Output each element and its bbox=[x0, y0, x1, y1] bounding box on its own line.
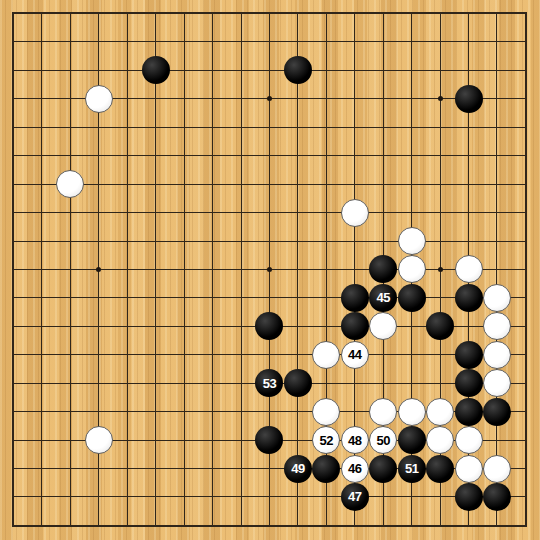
grid-line-horizontal bbox=[13, 297, 526, 298]
stone-black[interactable] bbox=[341, 284, 369, 312]
stone-white[interactable] bbox=[455, 426, 483, 454]
stone-white[interactable] bbox=[483, 284, 511, 312]
stone-white[interactable] bbox=[398, 227, 426, 255]
stone-black[interactable] bbox=[284, 369, 312, 397]
stone-black[interactable] bbox=[369, 455, 397, 483]
grid-line-vertical bbox=[525, 13, 526, 526]
stone-black[interactable] bbox=[455, 341, 483, 369]
star-point bbox=[267, 96, 272, 101]
stone-black[interactable] bbox=[312, 455, 340, 483]
move-number-label: 52 bbox=[320, 433, 333, 448]
stone-white[interactable] bbox=[426, 398, 454, 426]
grid-line-horizontal bbox=[13, 496, 526, 497]
stone-black[interactable] bbox=[455, 369, 483, 397]
grid-line-horizontal bbox=[13, 525, 526, 526]
stone-black[interactable] bbox=[483, 398, 511, 426]
move-number-label: 47 bbox=[348, 489, 361, 504]
stone-white[interactable] bbox=[426, 426, 454, 454]
star-point bbox=[267, 267, 272, 272]
stone-black[interactable] bbox=[455, 284, 483, 312]
move-number-label: 53 bbox=[263, 376, 276, 391]
go-board[interactable]: 45445352485049465147 bbox=[0, 0, 540, 540]
star-point bbox=[438, 267, 443, 272]
stone-black-move-45[interactable]: 45 bbox=[369, 284, 397, 312]
move-number-label: 46 bbox=[348, 461, 361, 476]
stone-white-move-52[interactable]: 52 bbox=[312, 426, 340, 454]
stone-white[interactable] bbox=[483, 369, 511, 397]
stone-black[interactable] bbox=[455, 483, 483, 511]
stone-black[interactable] bbox=[255, 312, 283, 340]
move-number-label: 50 bbox=[376, 433, 389, 448]
grid-line-vertical bbox=[297, 13, 298, 526]
stone-white[interactable] bbox=[85, 426, 113, 454]
stone-black-move-49[interactable]: 49 bbox=[284, 455, 312, 483]
stone-white[interactable] bbox=[341, 199, 369, 227]
stone-white[interactable] bbox=[369, 312, 397, 340]
grid-line-horizontal bbox=[13, 354, 526, 355]
stone-white[interactable] bbox=[312, 398, 340, 426]
star-point bbox=[438, 96, 443, 101]
stone-black[interactable] bbox=[426, 312, 454, 340]
move-number-label: 48 bbox=[348, 433, 361, 448]
stone-white[interactable] bbox=[455, 455, 483, 483]
stone-white[interactable] bbox=[312, 341, 340, 369]
move-number-label: 44 bbox=[348, 347, 361, 362]
stone-white[interactable] bbox=[398, 398, 426, 426]
stone-white-move-48[interactable]: 48 bbox=[341, 426, 369, 454]
move-number-label: 49 bbox=[291, 461, 304, 476]
stone-white[interactable] bbox=[483, 312, 511, 340]
star-point bbox=[96, 267, 101, 272]
stone-black[interactable] bbox=[369, 255, 397, 283]
stone-black[interactable] bbox=[142, 56, 170, 84]
stone-white[interactable] bbox=[398, 255, 426, 283]
move-number-label: 45 bbox=[376, 290, 389, 305]
stone-black[interactable] bbox=[398, 284, 426, 312]
stone-black-move-47[interactable]: 47 bbox=[341, 483, 369, 511]
stone-black[interactable] bbox=[426, 455, 454, 483]
stone-white-move-46[interactable]: 46 bbox=[341, 455, 369, 483]
move-number-label: 51 bbox=[405, 461, 418, 476]
stone-white[interactable] bbox=[483, 455, 511, 483]
stone-white[interactable] bbox=[455, 255, 483, 283]
stone-black[interactable] bbox=[284, 56, 312, 84]
stone-black-move-53[interactable]: 53 bbox=[255, 369, 283, 397]
stone-black[interactable] bbox=[255, 426, 283, 454]
stone-white[interactable] bbox=[483, 341, 511, 369]
stone-white-move-50[interactable]: 50 bbox=[369, 426, 397, 454]
stone-white[interactable] bbox=[56, 170, 84, 198]
stone-black[interactable] bbox=[455, 85, 483, 113]
stone-white[interactable] bbox=[85, 85, 113, 113]
stone-white[interactable] bbox=[369, 398, 397, 426]
go-app-screenshot: 45445352485049465147 bbox=[0, 0, 540, 540]
stone-black-move-51[interactable]: 51 bbox=[398, 455, 426, 483]
stone-white-move-44[interactable]: 44 bbox=[341, 341, 369, 369]
stone-black[interactable] bbox=[455, 398, 483, 426]
stone-black[interactable] bbox=[398, 426, 426, 454]
stone-black[interactable] bbox=[483, 483, 511, 511]
grid-line-vertical bbox=[496, 13, 497, 526]
stone-black[interactable] bbox=[341, 312, 369, 340]
